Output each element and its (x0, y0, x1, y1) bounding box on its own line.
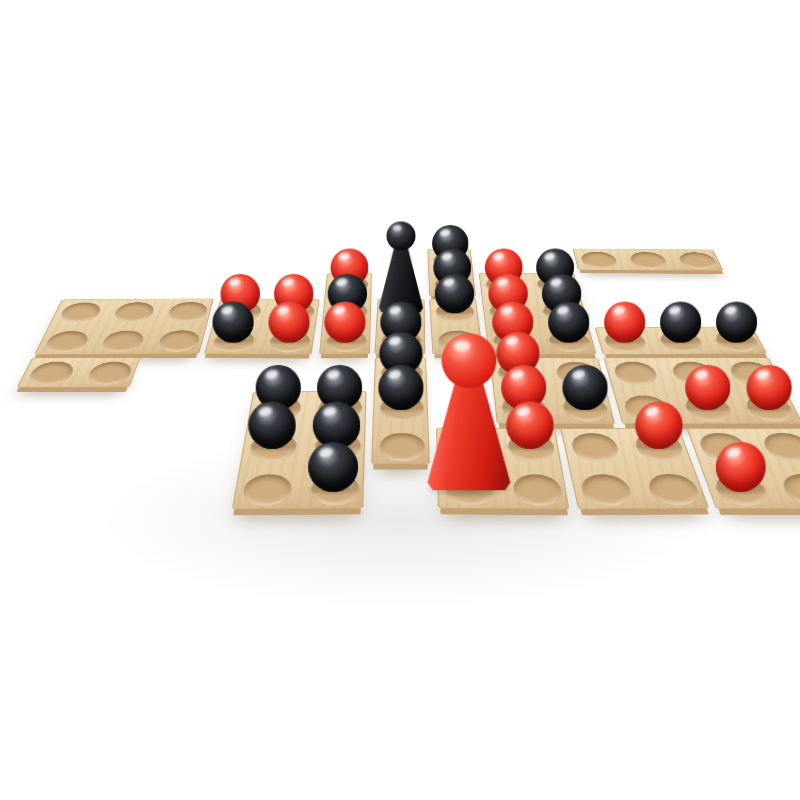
red-marble[interactable] (604, 301, 645, 342)
red-marble[interactable] (635, 401, 682, 448)
black-marble[interactable] (659, 301, 700, 342)
black-marble[interactable] (308, 442, 358, 492)
pawn-head (386, 221, 415, 250)
black-marble[interactable] (378, 365, 423, 410)
divot[interactable] (433, 252, 469, 269)
black-marble[interactable] (212, 301, 253, 342)
black-marble[interactable] (715, 301, 756, 342)
red-marble[interactable] (324, 301, 365, 342)
pawn-head (441, 333, 496, 388)
red-marble[interactable] (685, 365, 730, 410)
product-photo-scene (0, 0, 800, 800)
black-marble[interactable] (562, 365, 607, 410)
black-pawn[interactable] (377, 221, 424, 312)
pawn-body (424, 377, 512, 490)
black-marble[interactable] (248, 401, 295, 448)
red-pawn[interactable] (424, 333, 512, 490)
red-marble[interactable] (715, 442, 765, 492)
kulami-board (0, 248, 800, 512)
red-marble[interactable] (268, 301, 309, 342)
red-marble[interactable] (746, 365, 791, 410)
divot[interactable] (434, 276, 471, 294)
